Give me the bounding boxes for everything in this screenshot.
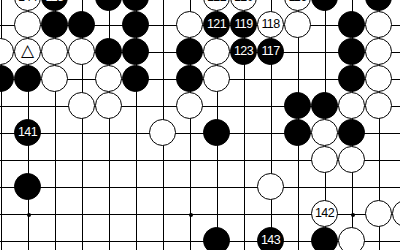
white-stone[interactable] [365,38,392,65]
black-stone[interactable]: 143 [257,227,284,250]
white-stone[interactable] [176,11,203,38]
white-stone[interactable] [68,92,95,119]
white-stone[interactable] [14,11,41,38]
grid-line-horizontal [0,214,400,215]
white-stone[interactable] [311,119,338,146]
black-stone[interactable]: 115 [41,0,68,11]
black-stone[interactable] [68,11,95,38]
white-stone[interactable] [365,65,392,92]
white-stone[interactable] [68,38,95,65]
black-stone[interactable] [122,0,149,11]
white-stone[interactable]: 120 [230,0,257,11]
black-stone[interactable]: 117 [257,38,284,65]
move-number: 143 [261,234,280,247]
move-number: 116 [288,0,306,4]
white-stone[interactable] [338,146,365,173]
black-stone[interactable] [176,65,203,92]
black-stone[interactable] [14,65,41,92]
move-number: 142 [315,207,334,220]
white-stone[interactable] [365,11,392,38]
move-number: 118 [261,18,279,31]
white-stone[interactable] [176,92,203,119]
black-stone[interactable] [284,92,311,119]
white-stone[interactable] [392,200,400,227]
move-number: 115 [45,0,63,4]
white-stone[interactable] [203,65,230,92]
black-stone[interactable]: 141 [14,119,41,146]
move-number: 141 [18,126,37,139]
white-stone[interactable]: 118 [257,11,284,38]
white-stone[interactable] [311,146,338,173]
star-point [27,213,31,217]
black-stone[interactable] [338,11,365,38]
white-stone[interactable] [338,227,365,250]
triangle-mark: △ [21,42,34,59]
black-stone[interactable] [284,119,311,146]
move-number: 120 [234,0,253,4]
white-stone[interactable] [95,92,122,119]
black-stone[interactable] [95,0,122,11]
black-stone[interactable] [365,0,392,11]
white-stone[interactable] [149,119,176,146]
black-stone[interactable]: 123 [230,38,257,65]
black-stone[interactable] [338,119,365,146]
grid-line-horizontal [0,187,400,188]
move-number: 123 [234,45,253,58]
go-board[interactable]: 144115122120116121119118△123117141142143 [0,0,400,250]
black-stone[interactable] [41,11,68,38]
white-stone[interactable]: 142 [311,200,338,227]
move-number: 144 [18,0,37,4]
black-stone[interactable] [122,65,149,92]
white-stone[interactable] [365,200,392,227]
black-stone[interactable] [122,38,149,65]
black-stone[interactable] [122,11,149,38]
move-number: 121 [207,18,226,31]
white-stone[interactable]: 144 [14,0,41,11]
white-stone[interactable]: 122 [203,0,230,11]
star-point [351,213,355,217]
black-stone[interactable] [0,65,14,92]
white-stone[interactable] [41,65,68,92]
black-stone[interactable]: 121 [203,11,230,38]
move-number: 122 [207,0,226,4]
black-stone[interactable] [14,173,41,200]
white-stone[interactable] [257,173,284,200]
black-stone[interactable] [311,92,338,119]
black-stone[interactable] [203,119,230,146]
black-stone[interactable] [338,65,365,92]
white-stone[interactable]: 116 [284,0,311,11]
black-stone[interactable]: 119 [230,11,257,38]
white-stone[interactable] [41,38,68,65]
move-number: 119 [234,18,252,31]
black-stone[interactable] [176,38,203,65]
black-stone[interactable] [203,227,230,250]
black-stone[interactable] [311,0,338,11]
white-stone[interactable]: △ [14,38,41,65]
white-stone[interactable] [203,38,230,65]
white-stone[interactable] [95,65,122,92]
black-stone[interactable] [311,227,338,250]
white-stone[interactable] [0,38,14,65]
white-stone[interactable] [365,92,392,119]
white-stone[interactable] [284,11,311,38]
star-point [189,213,193,217]
black-stone[interactable] [95,38,122,65]
white-stone[interactable] [338,92,365,119]
black-stone[interactable] [338,38,365,65]
move-number: 117 [261,45,279,58]
